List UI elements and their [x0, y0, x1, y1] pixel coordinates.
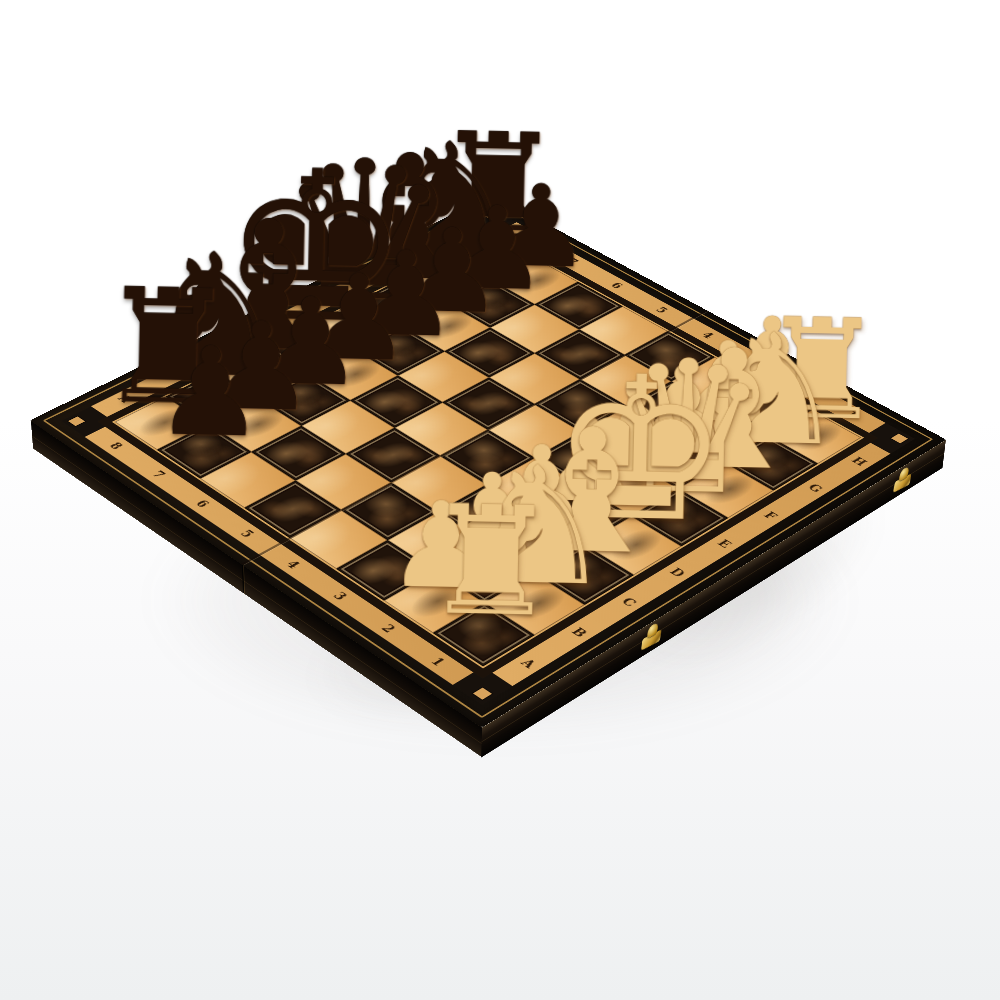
- pieces-layer: ♜♞♝♚♛♝♞♜♟♟♟♟♟♟♟♟♟♟♟♟♟♟♟♟♜♞♝♚♛♝♞♜: [115, 234, 862, 666]
- photo-scene: ABCDEFGH ABCDEFGH 12345678 12345678 ♜♞♝♚…: [0, 0, 1000, 1000]
- fold-seam-side: [242, 564, 244, 593]
- label-text: A: [518, 657, 539, 670]
- pawn-glyph: ♟: [77, 328, 343, 456]
- label-text: 6: [193, 498, 212, 509]
- label-text: 1: [428, 655, 448, 668]
- board-surface: ABCDEFGH ABCDEFGH 12345678 12345678 ♜♞♝♚…: [30, 195, 946, 728]
- corner-inlay: [473, 688, 492, 700]
- brass-clasp-left: [640, 621, 664, 653]
- label-text: 5: [237, 528, 256, 539]
- rook-glyph: ♜: [347, 484, 634, 641]
- label-text: 7: [149, 469, 168, 480]
- brass-clasp-right: [892, 465, 914, 494]
- chess-board: ABCDEFGH ABCDEFGH 12345678 12345678 ♜♞♝♚…: [30, 195, 946, 728]
